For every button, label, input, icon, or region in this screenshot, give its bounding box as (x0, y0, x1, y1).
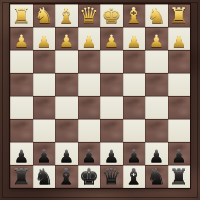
square-f3[interactable] (123, 119, 146, 142)
square-a3[interactable] (10, 119, 33, 142)
square-a7[interactable]: ♟ (10, 27, 33, 50)
piece-black-bishop[interactable]: ♝ (56, 166, 76, 188)
square-c1[interactable]: ♝ (55, 165, 78, 188)
square-a2[interactable]: ♟ (10, 142, 33, 165)
square-c3[interactable] (55, 119, 78, 142)
square-f2[interactable]: ♟ (123, 142, 146, 165)
piece-black-knight[interactable]: ♞ (146, 166, 166, 188)
square-b6[interactable] (33, 50, 56, 73)
square-h8[interactable]: ♜ (168, 4, 191, 27)
square-g5[interactable] (145, 73, 168, 96)
chess-board: ♜♞♝♛♚♝♞♜♟♟♟♟♟♟♟♟♟♟♟♟♟♟♟♟♜♞♝♚♛♝♞♜ (10, 4, 190, 188)
square-b2[interactable]: ♟ (33, 142, 56, 165)
square-b1[interactable]: ♞ (33, 165, 56, 188)
square-e3[interactable] (100, 119, 123, 142)
piece-white-rook[interactable]: ♜ (11, 5, 31, 27)
square-a4[interactable] (10, 96, 33, 119)
piece-white-king[interactable]: ♚ (101, 5, 121, 27)
square-f8[interactable]: ♝ (123, 4, 146, 27)
square-g2[interactable]: ♟ (145, 142, 168, 165)
square-b8[interactable]: ♞ (33, 4, 56, 27)
square-b7[interactable]: ♟ (33, 27, 56, 50)
piece-black-queen[interactable]: ♛ (101, 166, 121, 188)
piece-white-rook[interactable]: ♜ (169, 5, 189, 27)
square-e1[interactable]: ♛ (100, 165, 123, 188)
square-d2[interactable]: ♟ (78, 142, 101, 165)
piece-white-queen[interactable]: ♛ (79, 5, 99, 27)
square-h6[interactable] (168, 50, 191, 73)
piece-white-bishop[interactable]: ♝ (56, 5, 76, 27)
piece-white-pawn[interactable]: ♟ (59, 33, 74, 50)
piece-black-pawn[interactable]: ♟ (104, 148, 119, 165)
square-d7[interactable]: ♟ (78, 27, 101, 50)
piece-white-pawn[interactable]: ♟ (149, 33, 164, 50)
square-h1[interactable]: ♜ (168, 165, 191, 188)
square-g1[interactable]: ♞ (145, 165, 168, 188)
piece-white-pawn[interactable]: ♟ (14, 33, 29, 50)
piece-black-rook[interactable]: ♜ (169, 166, 189, 188)
square-e2[interactable]: ♟ (100, 142, 123, 165)
square-g4[interactable] (145, 96, 168, 119)
piece-black-rook[interactable]: ♜ (11, 166, 31, 188)
square-c2[interactable]: ♟ (55, 142, 78, 165)
square-f6[interactable] (123, 50, 146, 73)
square-c5[interactable] (55, 73, 78, 96)
square-f4[interactable] (123, 96, 146, 119)
piece-black-pawn[interactable]: ♟ (81, 148, 96, 165)
piece-white-pawn[interactable]: ♟ (81, 33, 96, 50)
square-a6[interactable] (10, 50, 33, 73)
square-g3[interactable] (145, 119, 168, 142)
square-d8[interactable]: ♛ (78, 4, 101, 27)
square-a8[interactable]: ♜ (10, 4, 33, 27)
piece-white-bishop[interactable]: ♝ (124, 5, 144, 27)
square-a1[interactable]: ♜ (10, 165, 33, 188)
square-e4[interactable] (100, 96, 123, 119)
square-h7[interactable]: ♟ (168, 27, 191, 50)
square-b3[interactable] (33, 119, 56, 142)
piece-black-bishop[interactable]: ♝ (124, 166, 144, 188)
square-h2[interactable]: ♟ (168, 142, 191, 165)
square-g6[interactable] (145, 50, 168, 73)
square-d6[interactable] (78, 50, 101, 73)
square-e5[interactable] (100, 73, 123, 96)
square-b4[interactable] (33, 96, 56, 119)
piece-black-pawn[interactable]: ♟ (59, 148, 74, 165)
piece-black-pawn[interactable]: ♟ (126, 148, 141, 165)
square-c8[interactable]: ♝ (55, 4, 78, 27)
piece-black-pawn[interactable]: ♟ (36, 148, 51, 165)
square-h5[interactable] (168, 73, 191, 96)
square-e6[interactable] (100, 50, 123, 73)
square-c6[interactable] (55, 50, 78, 73)
square-f1[interactable]: ♝ (123, 165, 146, 188)
piece-white-knight[interactable]: ♞ (146, 5, 166, 27)
piece-white-pawn[interactable]: ♟ (104, 33, 119, 50)
square-d3[interactable] (78, 119, 101, 142)
square-d4[interactable] (78, 96, 101, 119)
piece-white-pawn[interactable]: ♟ (171, 33, 186, 50)
piece-black-pawn[interactable]: ♟ (149, 148, 164, 165)
chess-app-window: ♜♞♝♛♚♝♞♜♟♟♟♟♟♟♟♟♟♟♟♟♟♟♟♟♜♞♝♚♛♝♞♜ (0, 0, 200, 200)
square-f7[interactable]: ♟ (123, 27, 146, 50)
square-d1[interactable]: ♚ (78, 165, 101, 188)
square-c4[interactable] (55, 96, 78, 119)
piece-black-pawn[interactable]: ♟ (171, 148, 186, 165)
piece-black-king[interactable]: ♚ (79, 166, 99, 188)
square-g8[interactable]: ♞ (145, 4, 168, 27)
square-c7[interactable]: ♟ (55, 27, 78, 50)
piece-white-knight[interactable]: ♞ (34, 5, 54, 27)
square-e7[interactable]: ♟ (100, 27, 123, 50)
square-f5[interactable] (123, 73, 146, 96)
square-h4[interactable] (168, 96, 191, 119)
square-d5[interactable] (78, 73, 101, 96)
square-e8[interactable]: ♚ (100, 4, 123, 27)
piece-white-pawn[interactable]: ♟ (126, 33, 141, 50)
square-b5[interactable] (33, 73, 56, 96)
piece-white-pawn[interactable]: ♟ (36, 33, 51, 50)
piece-black-knight[interactable]: ♞ (34, 166, 54, 188)
square-a5[interactable] (10, 73, 33, 96)
square-h3[interactable] (168, 119, 191, 142)
piece-black-pawn[interactable]: ♟ (14, 148, 29, 165)
square-g7[interactable]: ♟ (145, 27, 168, 50)
